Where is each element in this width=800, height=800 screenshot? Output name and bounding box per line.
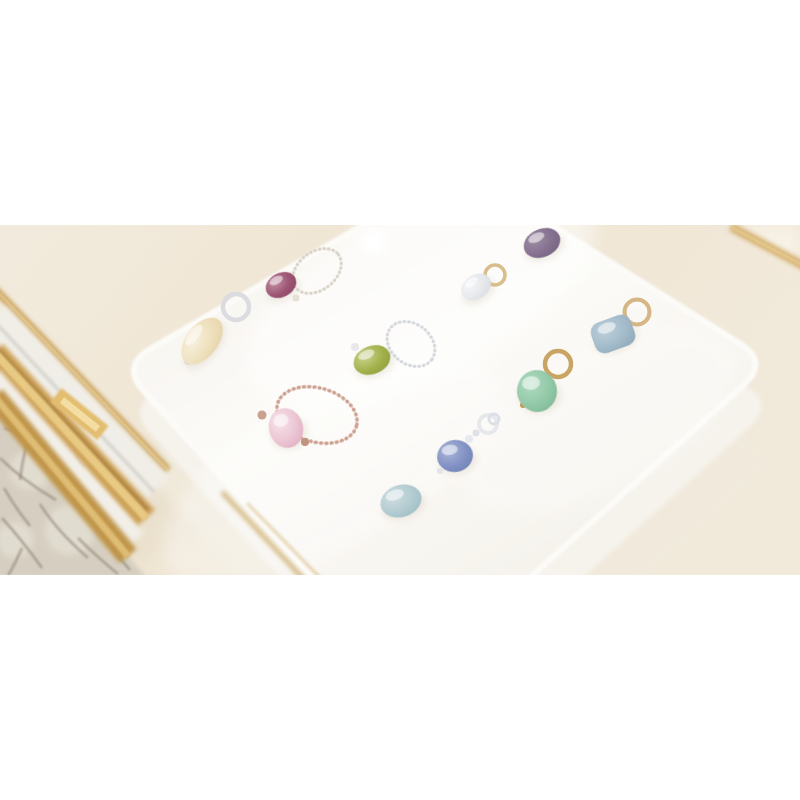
jewelry-photo — [0, 225, 800, 575]
page-margin-bottom — [0, 575, 800, 800]
page — [0, 0, 800, 800]
light-glare — [360, 227, 388, 255]
page-margin-top — [0, 0, 800, 225]
photo-scene — [0, 225, 800, 575]
